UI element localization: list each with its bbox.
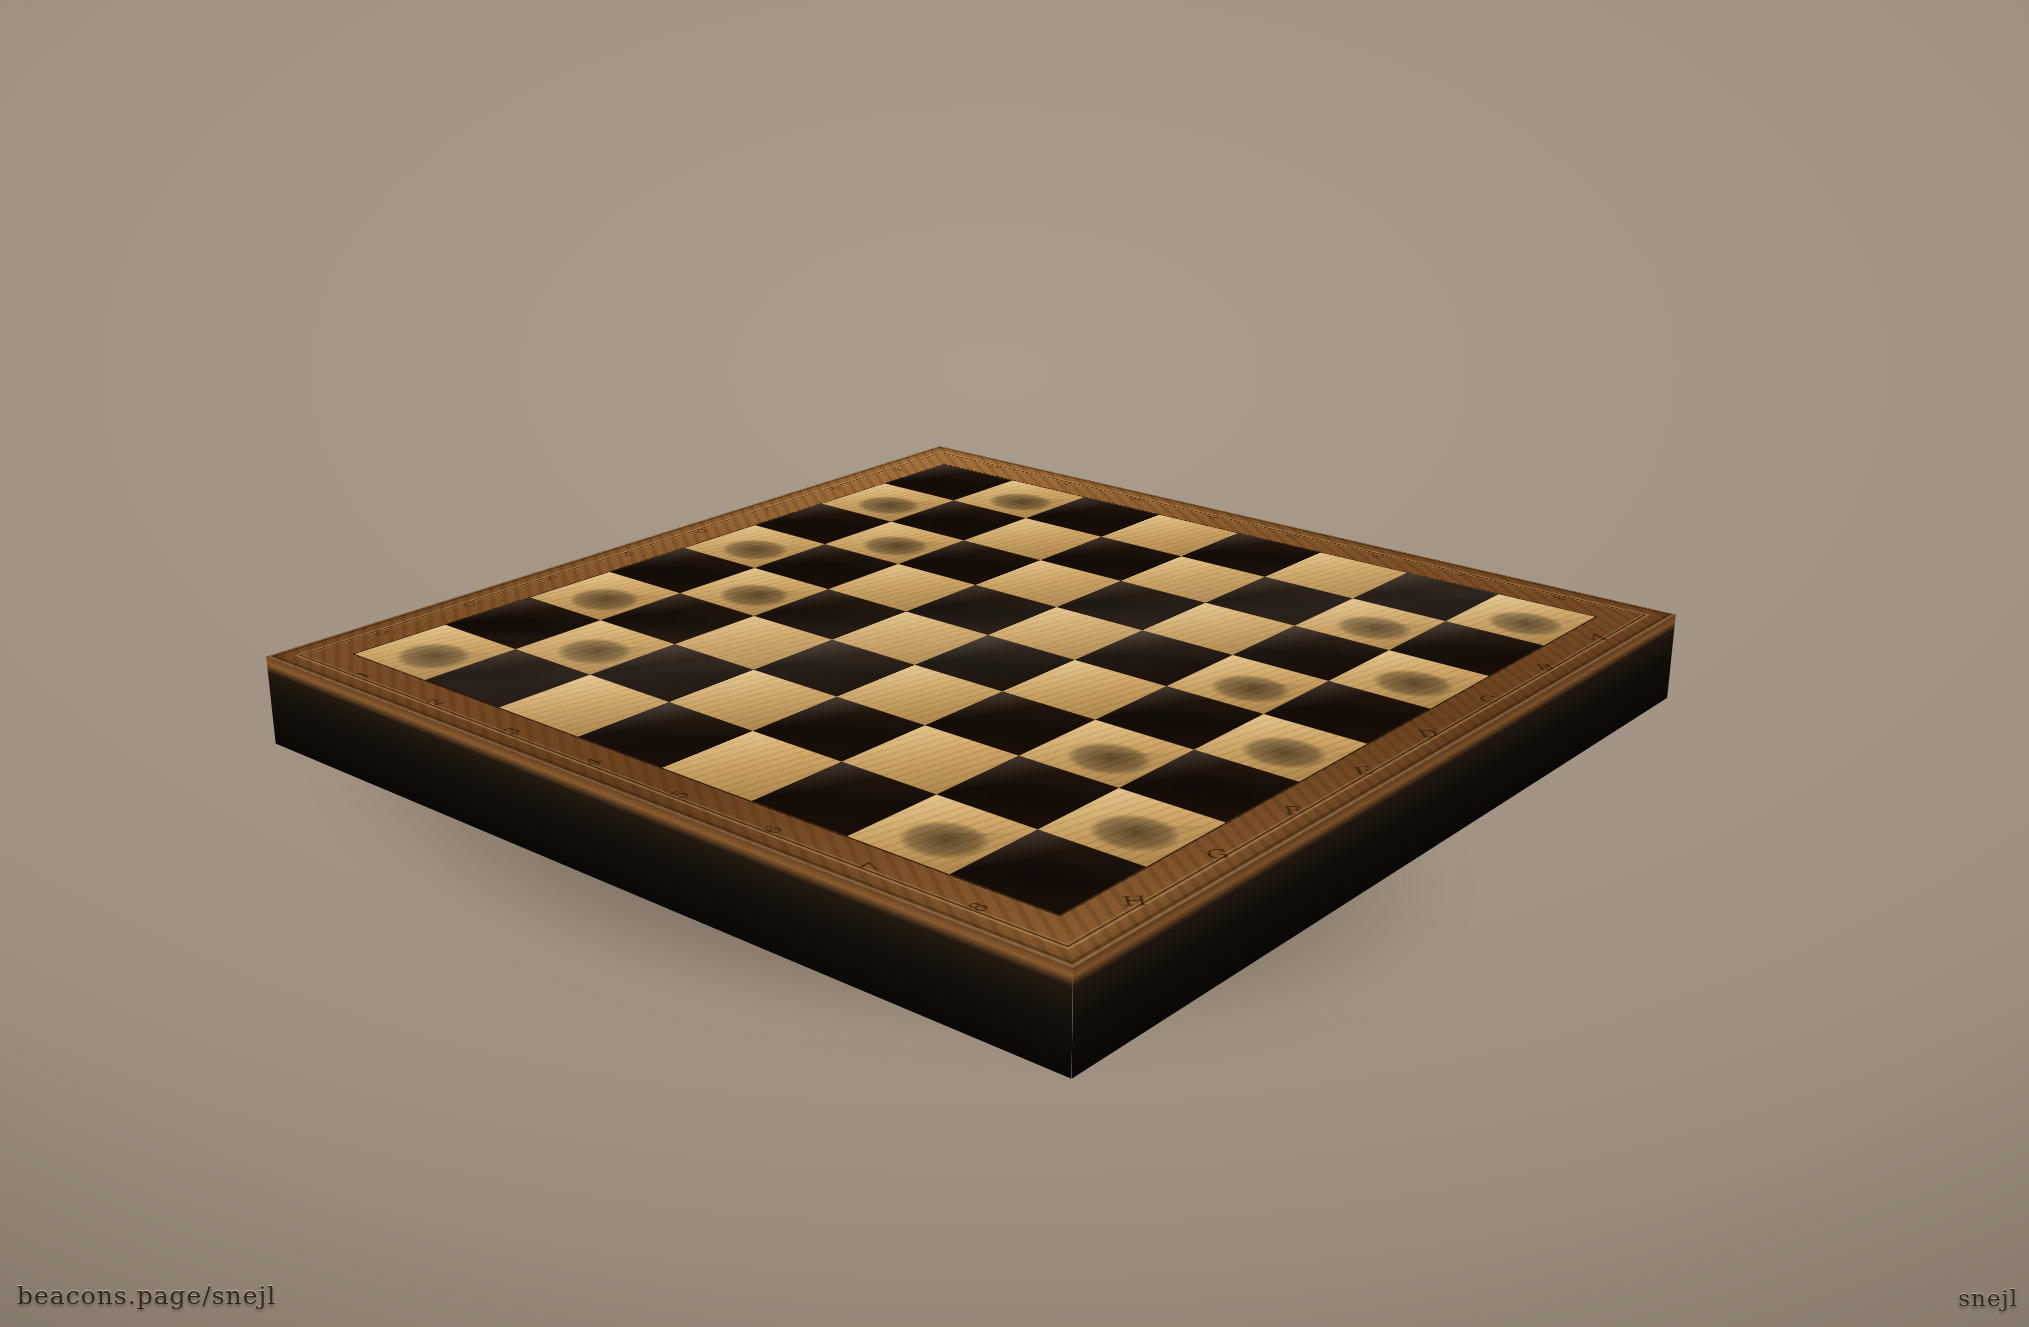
- black-rook-glyph: ♜: [953, 676, 1144, 889]
- watermark-right: snejl: [1958, 1285, 2018, 1311]
- king-finial-icon: +: [1265, 515, 1297, 553]
- scene: 12345678 ABCDEFGH ♜♟♟♜♞♟♟♞♝♟♟♝♛●♟♟♛●♚+♟♟…: [0, 0, 2029, 1327]
- white-pawn-glyph: ♟: [443, 546, 573, 691]
- king-finial-icon: +: [669, 380, 695, 411]
- chess-board: 12345678 ABCDEFGH ♜♟♟♜♞♟♟♞♝♟♟♝♛●♟♟♛●♚+♟♟…: [266, 446, 1676, 968]
- watermark-left: beacons.page/snejl: [17, 1281, 276, 1310]
- square-h8[interactable]: ♜: [950, 829, 1146, 915]
- square-h2[interactable]: ♟: [425, 649, 590, 707]
